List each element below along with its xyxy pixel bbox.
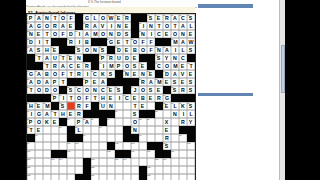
grid-cell[interactable]: E (75, 62, 83, 70)
grid-cell[interactable]: 118 (155, 158, 163, 166)
grid-cell[interactable]: N (147, 22, 155, 30)
grid-cell[interactable]: 60S (67, 86, 75, 94)
grid-cell[interactable]: F (139, 38, 147, 46)
grid-cell[interactable]: 14E (155, 14, 163, 22)
grid-cell[interactable]: O (139, 46, 147, 54)
grid-cell[interactable] (91, 126, 99, 134)
grid-cell[interactable] (107, 134, 115, 142)
grid-cell[interactable]: 84 (67, 118, 75, 126)
grid-cell[interactable]: H (43, 46, 51, 54)
grid-cell[interactable]: 50A (35, 70, 43, 78)
grid-cell[interactable]: S (107, 70, 115, 78)
grid-cell[interactable] (187, 158, 195, 166)
grid-cell[interactable] (131, 158, 139, 166)
grid-cell[interactable]: T (171, 22, 179, 30)
grid-cell[interactable]: D (123, 54, 131, 62)
grid-cell[interactable]: A (91, 22, 99, 30)
grid-cell[interactable] (59, 142, 67, 150)
grid-cell[interactable]: E (163, 78, 171, 86)
grid-cell[interactable] (187, 174, 195, 180)
grid-cell[interactable]: A (59, 22, 67, 30)
grid-cell[interactable]: F (83, 94, 91, 102)
grid-cell[interactable]: 23I (75, 30, 83, 38)
grid-cell[interactable]: 86 (91, 118, 99, 126)
grid-cell[interactable]: 45I (99, 62, 107, 70)
grid-cell[interactable]: O (35, 118, 43, 126)
grid-cell[interactable] (123, 118, 131, 126)
grid-cell[interactable]: X (163, 118, 171, 126)
clue-item[interactable]: 84. Blanket's outside (198, 87, 279, 91)
grid-cell[interactable]: 58M (155, 78, 163, 86)
grid-cell[interactable]: L (179, 46, 187, 54)
grid-cell[interactable] (99, 150, 107, 158)
grid-cell[interactable]: V (179, 70, 187, 78)
grid-cell[interactable] (59, 134, 67, 142)
grid-cell[interactable]: A (179, 22, 187, 30)
grid-cell[interactable]: S (187, 86, 195, 94)
grid-cell[interactable]: T (131, 102, 139, 110)
grid-cell[interactable]: 44R (83, 62, 91, 70)
grid-cell[interactable] (99, 134, 107, 142)
grid-cell[interactable]: I (171, 46, 179, 54)
grid-cell[interactable]: E (147, 94, 155, 102)
grid-cell[interactable]: E (163, 126, 171, 134)
grid-cell[interactable] (131, 166, 139, 174)
grid-cell[interactable]: 93 (99, 126, 107, 134)
grid-cell[interactable] (155, 118, 163, 126)
grid-cell[interactable]: 32S (75, 46, 83, 54)
grid-cell[interactable]: E (139, 102, 147, 110)
grid-cell[interactable]: 64J (131, 86, 139, 94)
grid-cell[interactable]: T (67, 94, 75, 102)
grid-cell[interactable]: 82 (155, 110, 163, 118)
grid-cell[interactable]: 46E (139, 62, 147, 70)
grid-cell[interactable]: N (171, 54, 179, 62)
grid-cell[interactable] (59, 166, 67, 174)
grid-cell[interactable] (43, 174, 51, 180)
grid-cell[interactable]: K (99, 70, 107, 78)
grid-cell[interactable]: 27G (107, 38, 115, 46)
grid-cell[interactable]: A (99, 78, 107, 86)
grid-cell[interactable]: V (99, 22, 107, 30)
grid-cell[interactable]: 77K (179, 102, 187, 110)
grid-cell[interactable]: Y (163, 54, 171, 62)
grid-cell[interactable] (75, 158, 83, 166)
grid-cell[interactable]: 12R (123, 14, 131, 22)
grid-cell[interactable]: O (139, 86, 147, 94)
grid-cell[interactable]: S (187, 46, 195, 54)
grid-cell[interactable] (67, 158, 75, 166)
grid-cell[interactable] (35, 142, 43, 150)
grid-cell[interactable]: E (187, 30, 195, 38)
grid-cell[interactable] (51, 134, 59, 142)
grid-cell[interactable]: C (155, 30, 163, 38)
grid-cell[interactable]: 85A (83, 118, 91, 126)
grid-cell[interactable]: I (107, 22, 115, 30)
grid-cell[interactable]: N (75, 54, 83, 62)
grid-cell[interactable]: F (147, 46, 155, 54)
grid-cell[interactable]: 48T (187, 62, 195, 70)
grid-cell[interactable] (67, 102, 75, 110)
grid-cell[interactable]: 87 (107, 118, 115, 126)
grid-cell[interactable]: 98 (179, 134, 187, 142)
grid-cell[interactable]: 47C (155, 62, 163, 70)
grid-cell[interactable]: N (91, 46, 99, 54)
grid-cell[interactable]: E (123, 46, 131, 54)
grid-cell[interactable] (155, 166, 163, 174)
grid-cell[interactable]: O (43, 22, 51, 30)
grid-cell[interactable] (35, 166, 43, 174)
grid-cell[interactable] (115, 126, 123, 134)
grid-cell[interactable]: A (179, 38, 187, 46)
grid-cell[interactable]: R (179, 86, 187, 94)
grid-cell[interactable]: Y (187, 118, 195, 126)
grid-cell[interactable]: 65S (171, 86, 179, 94)
grid-cell[interactable]: U (51, 54, 59, 62)
grid-cell[interactable]: 78S (187, 102, 195, 110)
grid-cell[interactable]: T (43, 30, 51, 38)
grid-cell[interactable] (67, 166, 75, 174)
grid-cell[interactable]: 74U (99, 102, 107, 110)
grid-cell[interactable] (43, 158, 51, 166)
grid-cell[interactable]: 81 (115, 110, 123, 118)
grid-cell[interactable]: S (147, 86, 155, 94)
grid-cell[interactable]: 28O (131, 38, 139, 46)
grid-cell[interactable] (99, 174, 107, 180)
grid-cell[interactable]: 96 (83, 134, 91, 142)
grid-cell[interactable]: I (35, 38, 43, 46)
grid-cell[interactable]: 119 (163, 158, 171, 166)
grid-cell[interactable]: 24N (139, 30, 147, 38)
grid-cell[interactable]: 76L (171, 102, 179, 110)
grid-cell[interactable]: P (115, 62, 123, 70)
grid-cell[interactable]: E (131, 94, 139, 102)
grid-cell[interactable] (155, 134, 163, 142)
grid-cell[interactable]: A (43, 110, 51, 118)
grid-cell[interactable]: 101 (75, 142, 83, 150)
grid-cell[interactable]: I (147, 30, 155, 38)
grid-cell[interactable]: E (51, 118, 59, 126)
grid-cell[interactable] (43, 150, 51, 158)
grid-cell[interactable]: M (107, 62, 115, 70)
grid-cell[interactable]: 109 (131, 150, 139, 158)
grid-cell[interactable]: 8L (91, 14, 99, 22)
grid-cell[interactable] (43, 126, 51, 134)
grid-cell[interactable] (67, 174, 75, 180)
grid-cell[interactable]: M (91, 30, 99, 38)
scrollbar-thumb[interactable] (281, 45, 285, 93)
grid-cell[interactable] (171, 134, 179, 142)
grid-cell[interactable]: 63S (115, 86, 123, 94)
grid-cell[interactable]: 15R (163, 14, 171, 22)
grid-cell[interactable]: T (43, 38, 51, 46)
grid-cell[interactable]: E (131, 54, 139, 62)
grid-cell[interactable]: 116 (115, 158, 123, 166)
grid-cell[interactable]: 36A (163, 46, 171, 54)
grid-cell[interactable]: A (59, 62, 67, 70)
grid-cell[interactable] (123, 174, 131, 180)
grid-cell[interactable] (43, 134, 51, 142)
grid-cell[interactable]: 51C (91, 70, 99, 78)
grid-cell[interactable] (35, 158, 43, 166)
grid-cell[interactable]: 10W (107, 14, 115, 22)
grid-cell[interactable]: L (187, 110, 195, 118)
grid-cell[interactable] (163, 166, 171, 174)
grid-cell[interactable]: N (179, 30, 187, 38)
grid-cell[interactable] (147, 134, 155, 142)
grid-cell[interactable]: 59T (27, 86, 35, 94)
grid-cell[interactable]: E (155, 86, 163, 94)
grid-cell[interactable]: T (155, 22, 163, 30)
grid-cell[interactable] (187, 150, 195, 158)
grid-cell[interactable]: 113 (51, 158, 59, 166)
grid-cell[interactable]: I (179, 110, 187, 118)
grid-cell[interactable]: N (171, 110, 179, 118)
grid-cell[interactable]: 94N (131, 126, 139, 134)
grid-cell[interactable] (123, 142, 131, 150)
grid-cell[interactable]: K (43, 118, 51, 126)
grid-cell[interactable]: 56P (83, 78, 91, 86)
grid-cell[interactable]: W (187, 38, 195, 46)
grid-cell[interactable] (163, 174, 171, 180)
grid-cell[interactable] (99, 158, 107, 166)
grid-cell[interactable]: 117 (123, 158, 131, 166)
panel-scrollbar[interactable] (279, 0, 285, 180)
grid-cell[interactable]: U (115, 54, 123, 62)
grid-cell[interactable]: R (75, 102, 83, 110)
grid-cell[interactable]: D (43, 86, 51, 94)
grid-cell[interactable]: F (59, 70, 67, 78)
grid-cell[interactable] (51, 174, 59, 180)
grid-cell[interactable]: S (131, 62, 139, 70)
grid-cell[interactable] (171, 174, 179, 180)
grid-cell[interactable]: N (91, 86, 99, 94)
grid-cell[interactable]: T (91, 94, 99, 102)
grid-cell[interactable]: O (51, 30, 59, 38)
grid-cell[interactable]: A (147, 78, 155, 86)
grid-cell[interactable] (163, 110, 171, 118)
grid-cell[interactable] (35, 174, 43, 180)
grid-cell[interactable]: 17C (179, 14, 187, 22)
grid-cell[interactable] (139, 158, 147, 166)
grid-cell[interactable]: R (75, 70, 83, 78)
grid-cell[interactable]: 95 (35, 134, 43, 142)
grid-cell[interactable]: 34D (115, 46, 123, 54)
grid-cell[interactable]: 26R (67, 38, 75, 46)
grid-cell[interactable]: 124 (91, 174, 99, 180)
clue-item[interactable]: 73. Chavez films (198, 66, 279, 70)
grid-cell[interactable]: O (99, 30, 107, 38)
grid-cell[interactable]: 43T (43, 62, 51, 70)
grid-cell[interactable] (99, 142, 107, 150)
grid-cell[interactable]: I (115, 94, 123, 102)
grid-cell[interactable]: G (35, 110, 43, 118)
grid-cell[interactable] (123, 102, 131, 110)
grid-cell[interactable] (51, 142, 59, 150)
grid-cell[interactable]: 91 (59, 126, 67, 134)
grid-cell[interactable]: E (67, 22, 75, 30)
grid-cell[interactable]: D (115, 30, 123, 38)
grid-cell[interactable]: 54D (163, 70, 171, 78)
grid-cell[interactable]: E (187, 70, 195, 78)
grid-cell[interactable]: R (155, 94, 163, 102)
clue-item[interactable]: 56. Millennials' emblem, maybe (198, 143, 279, 147)
grid-cell[interactable]: N (115, 22, 123, 30)
grid-cell[interactable]: 41R (107, 54, 115, 62)
grid-cell[interactable] (83, 150, 91, 158)
grid-cell[interactable]: 75E (163, 102, 171, 110)
grid-cell[interactable]: 102 (115, 142, 123, 150)
grid-cell[interactable]: 5O (59, 14, 67, 22)
grid-cell[interactable]: 38T (59, 54, 67, 62)
grid-cell[interactable]: F (147, 38, 155, 46)
grid-cell[interactable] (179, 142, 187, 150)
grid-cell[interactable] (139, 150, 147, 158)
grid-cell[interactable]: F (83, 102, 91, 110)
grid-cell[interactable]: 123 (27, 174, 35, 180)
grid-cell[interactable] (115, 174, 123, 180)
grid-cell[interactable] (147, 102, 155, 110)
grid-cell[interactable]: 88 (139, 118, 147, 126)
grid-cell[interactable]: E (163, 30, 171, 38)
grid-cell[interactable] (107, 126, 115, 134)
grid-cell[interactable] (187, 166, 195, 174)
grid-cell[interactable] (83, 142, 91, 150)
grid-cell[interactable] (35, 150, 43, 158)
grid-cell[interactable]: 37T (35, 54, 43, 62)
grid-cell[interactable] (171, 158, 179, 166)
grid-cell[interactable]: A (171, 70, 179, 78)
grid-cell[interactable]: 114 (59, 158, 67, 166)
grid-cell[interactable]: 110 (147, 150, 155, 158)
grid-cell[interactable]: S (131, 110, 139, 118)
grid-cell[interactable] (75, 150, 83, 158)
grid-cell[interactable]: T (59, 78, 67, 86)
grid-cell[interactable]: R (179, 118, 187, 126)
grid-cell[interactable] (131, 174, 139, 180)
grid-cell[interactable]: 68C (123, 94, 131, 102)
clue-item[interactable]: 55. Bart's sibling (198, 138, 279, 142)
grid-cell[interactable] (155, 126, 163, 134)
grid-cell[interactable] (99, 166, 107, 174)
grid-cell[interactable] (51, 126, 59, 134)
grid-cell[interactable] (171, 126, 179, 134)
grid-cell[interactable] (115, 118, 123, 126)
grid-cell[interactable] (179, 174, 187, 180)
grid-cell[interactable]: O (35, 86, 43, 94)
grid-cell[interactable]: 92L (75, 126, 83, 134)
grid-cell[interactable]: F (59, 30, 67, 38)
grid-cell[interactable] (115, 166, 123, 174)
grid-cell[interactable] (171, 166, 179, 174)
grid-cell[interactable]: E (123, 22, 131, 30)
grid-cell[interactable] (43, 166, 51, 174)
grid-cell[interactable]: 53E (147, 70, 155, 78)
crossword-grid[interactable]: 1P2A3N4T5O6F7G8L9O10W11E12R13S14E15R16A1… (27, 14, 195, 180)
grid-cell[interactable]: P (51, 78, 59, 86)
grid-cell[interactable]: 9O (99, 14, 107, 22)
grid-cell[interactable]: 97 (139, 134, 147, 142)
grid-cell[interactable]: 80T (51, 110, 59, 118)
grid-cell[interactable] (179, 166, 187, 174)
grid-cell[interactable]: 66P (51, 94, 59, 102)
grid-cell[interactable]: O (83, 46, 91, 54)
grid-cell[interactable] (171, 118, 179, 126)
grid-cell[interactable]: 39E (67, 54, 75, 62)
grid-cell[interactable]: C (179, 54, 187, 62)
grid-cell[interactable]: 125 (147, 174, 155, 180)
grid-cell[interactable]: 18S (187, 14, 195, 22)
grid-cell[interactable] (75, 166, 83, 174)
grid-cell[interactable]: 11E (115, 14, 123, 22)
grid-cell[interactable]: E (35, 30, 43, 38)
grid-cell[interactable] (179, 150, 187, 158)
grid-cell[interactable]: N (107, 102, 115, 110)
grid-cell[interactable]: A (43, 78, 51, 86)
grid-cell[interactable]: S (187, 78, 195, 86)
grid-cell[interactable]: T (67, 70, 75, 78)
grid-cell[interactable]: 13S (147, 14, 155, 22)
grid-cell[interactable]: 3N (43, 14, 51, 22)
grid-cell[interactable]: L (187, 22, 195, 30)
grid-cell[interactable]: B (139, 94, 147, 102)
grid-cell[interactable]: 62E (107, 86, 115, 94)
grid-cell[interactable] (107, 174, 115, 180)
grid-cell[interactable]: 2A (35, 14, 43, 22)
grid-cell[interactable]: 72M (43, 102, 51, 110)
grid-cell[interactable]: O (75, 94, 83, 102)
grid-cell[interactable]: E (179, 78, 187, 86)
grid-cell[interactable]: 20R (83, 22, 91, 30)
grid-cell[interactable]: 90T (27, 126, 35, 134)
grid-cell[interactable]: 52N (123, 70, 131, 78)
grid-cell[interactable] (107, 166, 115, 174)
grid-cell[interactable]: 6F (67, 14, 75, 22)
grid-cell[interactable]: 108 (107, 150, 115, 158)
grid-cell[interactable] (139, 142, 147, 150)
grid-cell[interactable]: C (67, 62, 75, 70)
clue-item[interactable]: 42. Source of Jacob's blessing (198, 101, 279, 105)
grid-cell[interactable]: 104S (163, 142, 171, 150)
grid-cell[interactable]: 31E (51, 46, 59, 54)
grid-cell[interactable] (123, 166, 131, 174)
grid-cell[interactable]: R (51, 22, 59, 30)
grid-cell[interactable] (43, 142, 51, 150)
grid-cell[interactable]: M (171, 62, 179, 70)
grid-cell[interactable]: 57R (139, 78, 147, 86)
grid-cell[interactable]: E (107, 94, 115, 102)
grid-cell[interactable]: O (163, 22, 171, 30)
grid-cell[interactable]: H (59, 110, 67, 118)
grid-cell[interactable] (123, 110, 131, 118)
grid-cell[interactable]: A (83, 30, 91, 38)
grid-cell[interactable]: R (51, 62, 59, 70)
grid-cell[interactable]: B (131, 46, 139, 54)
grid-cell[interactable] (59, 174, 67, 180)
grid-cell[interactable] (179, 158, 187, 166)
grid-cell[interactable]: B (83, 38, 91, 46)
grid-cell[interactable]: B (43, 70, 51, 78)
grid-cell[interactable] (107, 158, 115, 166)
grid-cell[interactable]: 30A (27, 46, 35, 54)
grid-cell[interactable]: G (35, 22, 43, 30)
grid-cell[interactable]: 29M (171, 38, 179, 46)
grid-cell[interactable]: 16A (171, 14, 179, 22)
grid-cell[interactable]: E (131, 70, 139, 78)
grid-cell[interactable]: 4T (51, 14, 59, 22)
grid-cell[interactable]: R (75, 110, 83, 118)
grid-cell[interactable]: E (91, 78, 99, 86)
